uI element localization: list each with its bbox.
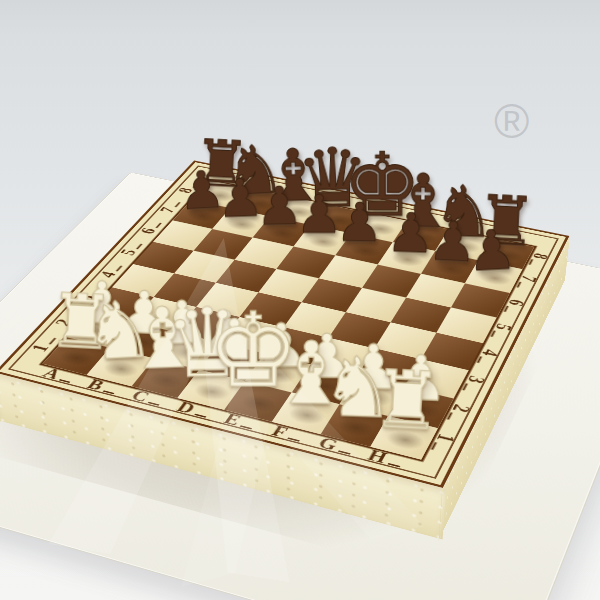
photo-scene: 87654321 87654321 ABCDEFGH ♜♞♝♛♚♝♞♜♟♟♟♟♟… [0, 0, 600, 600]
coordinate-text: 3 [459, 374, 488, 394]
piece-white-rook[interactable]: ♜ [369, 359, 444, 442]
coordinate-text: 5 [487, 322, 514, 340]
coordinate-text: 6 [500, 298, 526, 315]
registered-trademark-watermark: ® [494, 94, 529, 149]
coordinate-text: 7 [513, 274, 539, 291]
coordinate-text: 8 [525, 252, 550, 268]
chocolate-chess-board: 87654321 87654321 ABCDEFGH ♜♞♝♛♚♝♞♜♟♟♟♟♟… [0, 161, 569, 489]
piece-black-pawn[interactable]: ♟ [335, 196, 384, 250]
coordinate-text: 7 [156, 200, 182, 214]
piece-black-pawn[interactable]: ♟ [465, 222, 517, 279]
